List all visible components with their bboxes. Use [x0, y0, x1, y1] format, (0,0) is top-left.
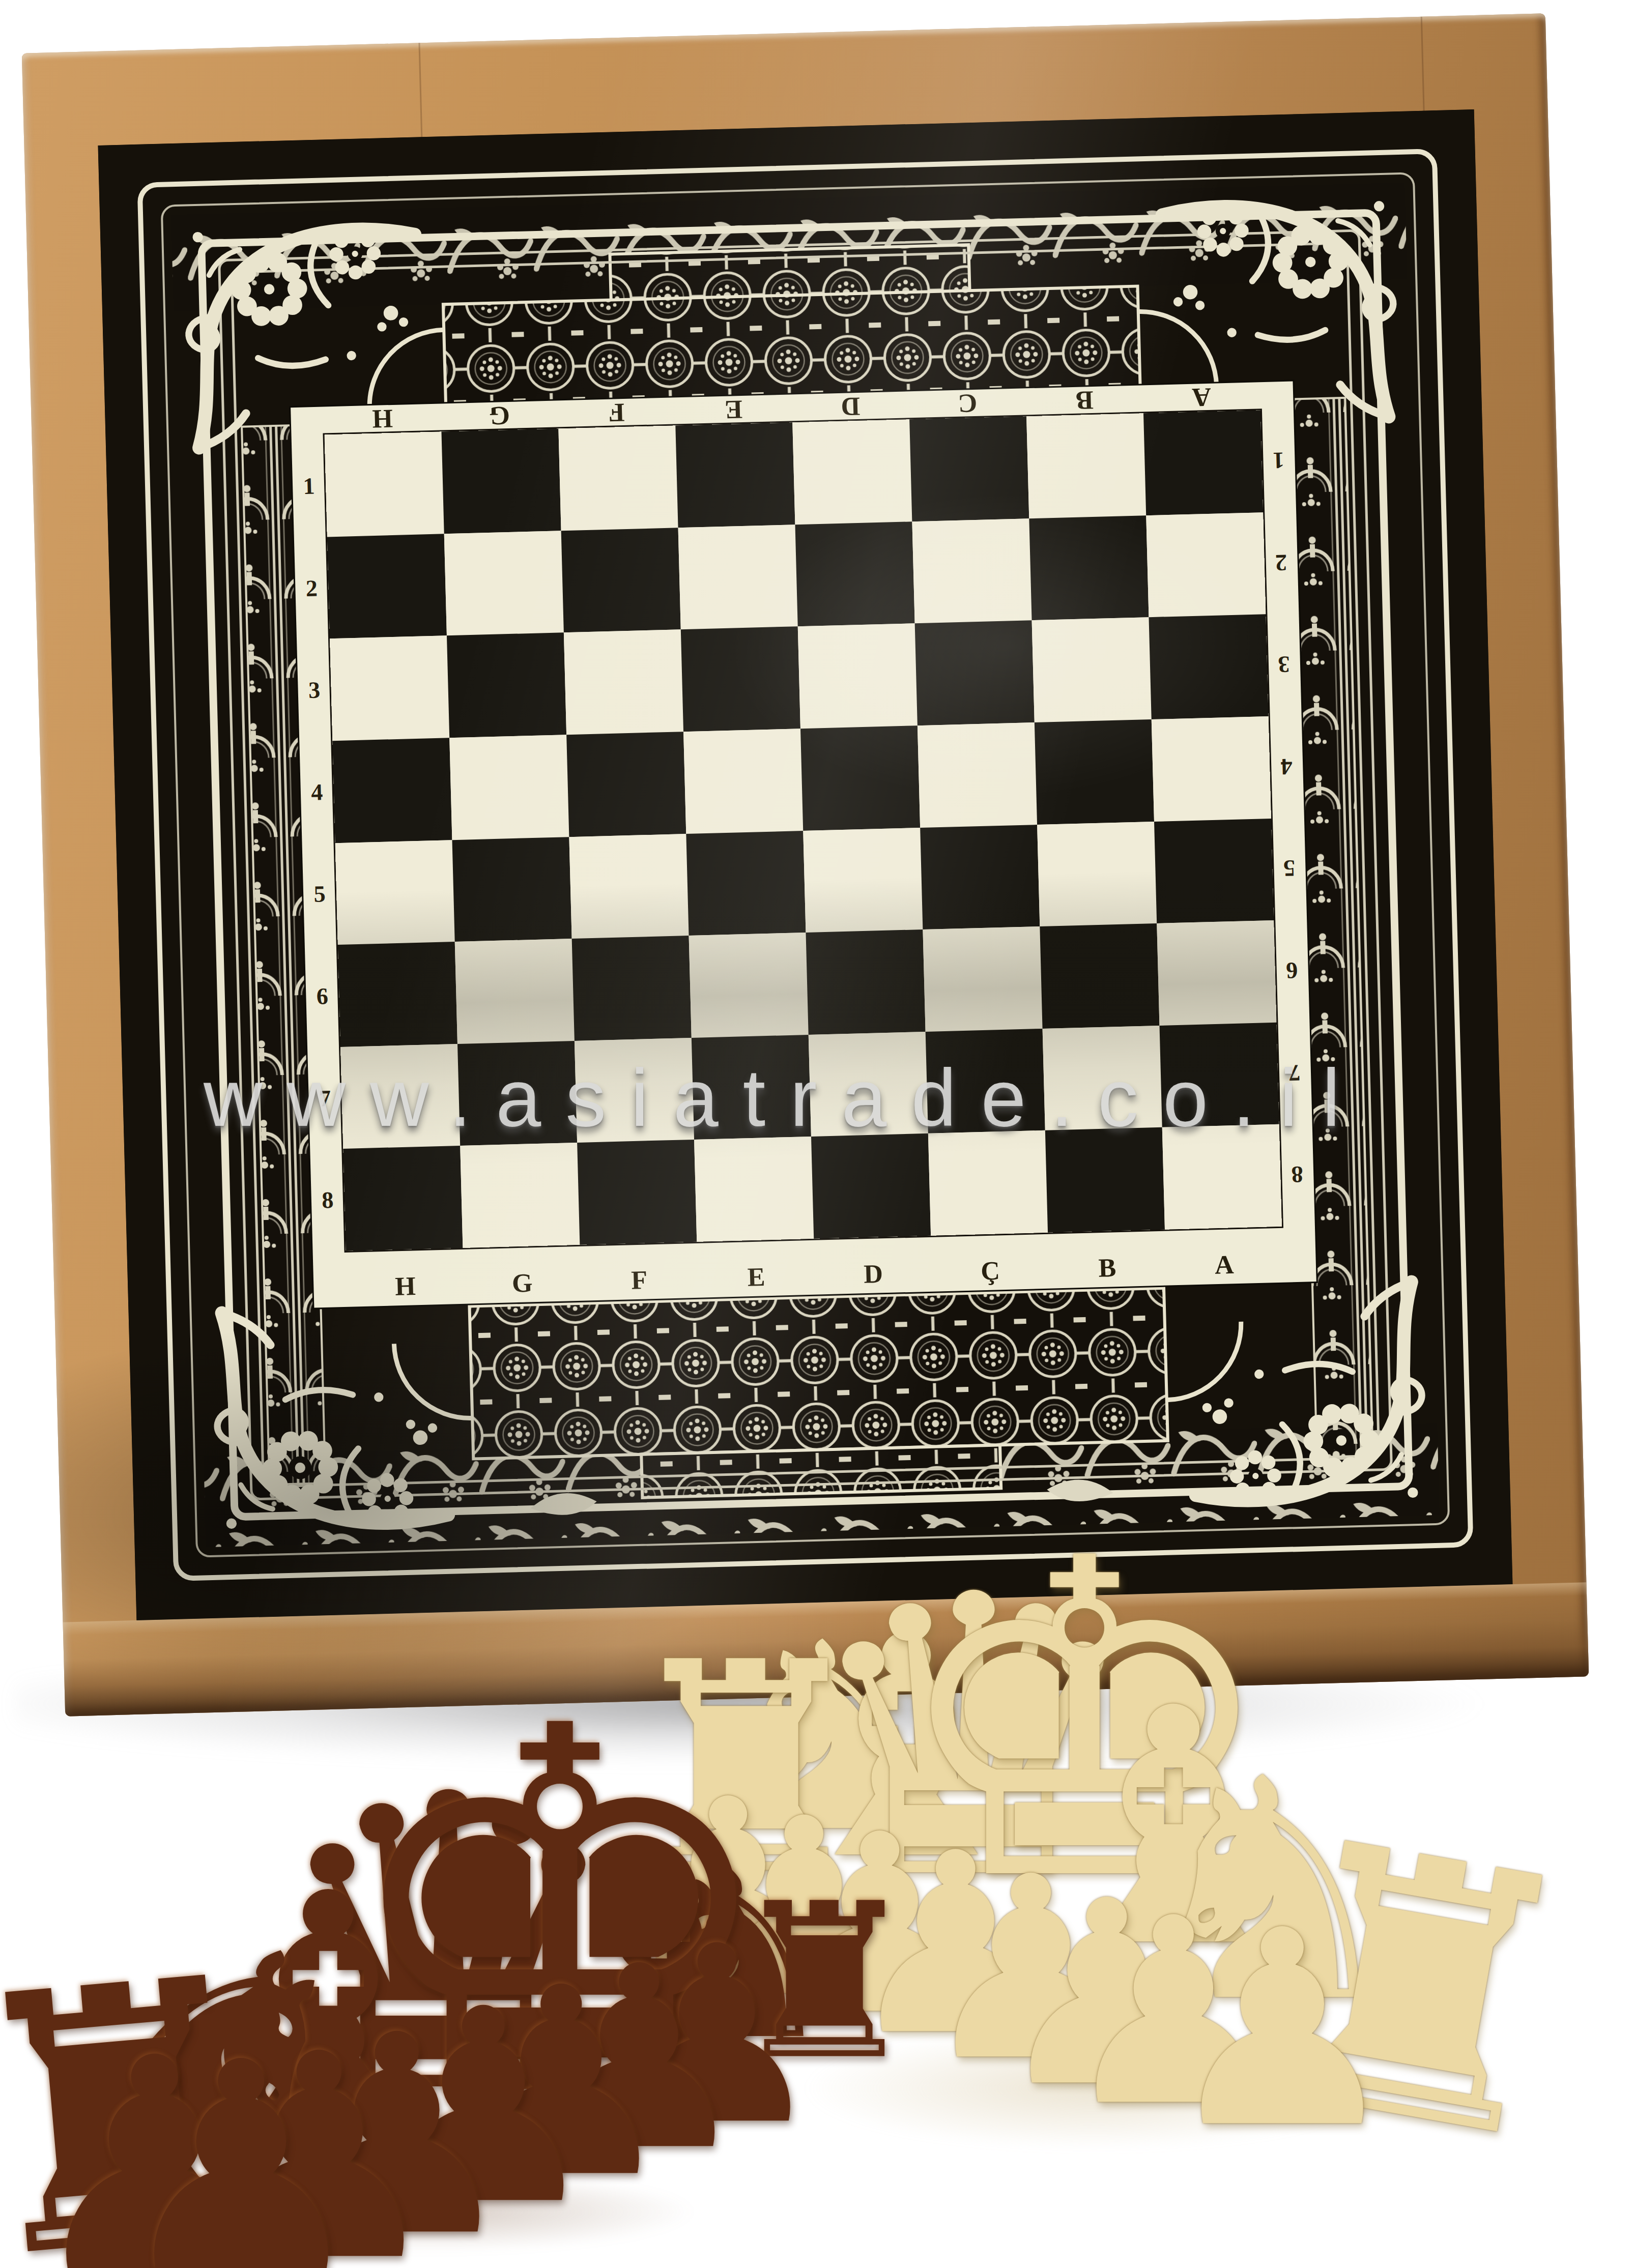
dark-pawn[interactable]: ♟	[111, 2024, 371, 2268]
watermark-text: www.asiatrade.co.il	[204, 1051, 1364, 1145]
light-pawn[interactable]: ♟	[1161, 1895, 1403, 2165]
product-photo: HGFEDCBA HGFEDÇBA 12345678 12345678 ♜♞♝♛…	[0, 0, 1634, 2268]
